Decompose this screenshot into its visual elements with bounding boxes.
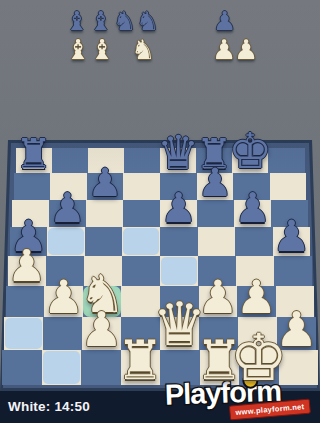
square-h7[interactable]: [270, 173, 307, 199]
white-clock-label: White: 14:50: [8, 391, 90, 423]
white-rook-d1[interactable]: ♜: [116, 334, 164, 388]
black-pawn-c7[interactable]: ♟: [88, 163, 123, 202]
white-pawn-g3[interactable]: ♟: [236, 274, 277, 320]
legal-move-highlight-a2: [5, 318, 42, 349]
square-b1[interactable]: [42, 350, 82, 385]
square-d8[interactable]: [124, 148, 160, 173]
black-pawn-e6[interactable]: ♟: [160, 188, 197, 229]
square-d7[interactable]: [123, 173, 160, 199]
square-a1[interactable]: [2, 350, 42, 385]
legal-move-highlight-d5: [123, 228, 159, 255]
square-a2[interactable]: [4, 317, 43, 350]
white-king-g1[interactable]: ♚: [230, 324, 288, 389]
square-d5[interactable]: [122, 227, 160, 256]
square-d4[interactable]: [122, 256, 160, 286]
chess-app-screen: ♝♝♞♞♟♝♝♞♟♟ ♜♛♜♚♟♟♟♟♟♟♟♟♟♞♟♟♟♛♟♜♜♚ White:…: [0, 0, 320, 423]
square-d6[interactable]: [123, 200, 160, 228]
black-rook-a8[interactable]: ♜: [15, 134, 52, 175]
black-king-g8[interactable]: ♚: [228, 127, 272, 176]
black-pawn-h5[interactable]: ♟: [272, 215, 311, 258]
white-pawn-a4[interactable]: ♟: [7, 244, 46, 288]
black-pawn-g6[interactable]: ♟: [234, 188, 271, 229]
square-b8[interactable]: [52, 148, 88, 173]
square-c5[interactable]: [85, 227, 123, 256]
square-e4[interactable]: [160, 256, 198, 286]
legal-move-highlight-b1: [43, 351, 81, 384]
square-h8[interactable]: [268, 148, 304, 173]
legal-move-highlight-e4: [161, 257, 197, 285]
black-pawn-f7[interactable]: ♟: [197, 163, 232, 202]
square-f5[interactable]: [198, 227, 236, 256]
black-queen-e8[interactable]: ♛: [157, 129, 199, 176]
black-pawn-b6[interactable]: ♟: [49, 188, 86, 229]
